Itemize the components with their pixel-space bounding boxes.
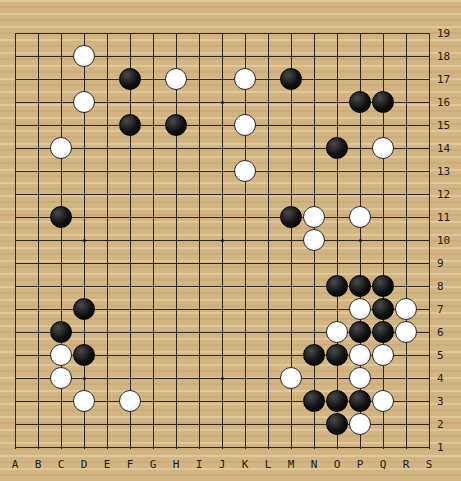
column-label-H: H [165, 457, 188, 473]
black-stone-D7[interactable] [73, 298, 95, 320]
go-board [4, 22, 441, 459]
column-label-E: E [96, 457, 119, 473]
column-label-G: G [142, 457, 165, 473]
white-stone-D3[interactable] [73, 390, 95, 412]
black-stone-P8[interactable] [349, 275, 371, 297]
white-stone-P4[interactable] [349, 367, 371, 389]
white-stone-P11[interactable] [349, 206, 371, 228]
go-board-diagram: ABCDEFGHIJKLMNOPQRS 19181716151413121110… [0, 0, 461, 481]
row-labels: 19181716151413121110987654321 [437, 22, 461, 459]
black-stone-C11[interactable] [50, 206, 72, 228]
black-stone-Q16[interactable] [372, 91, 394, 113]
black-stone-N3[interactable] [303, 390, 325, 412]
white-stone-C5[interactable] [50, 344, 72, 366]
black-stone-H15[interactable] [165, 114, 187, 136]
row-label-12: 12 [437, 183, 461, 206]
row-label-10: 10 [437, 229, 461, 252]
row-label-7: 7 [437, 298, 461, 321]
black-stone-O2[interactable] [326, 413, 348, 435]
white-stone-C4[interactable] [50, 367, 72, 389]
black-stone-M17[interactable] [280, 68, 302, 90]
black-stone-O8[interactable] [326, 275, 348, 297]
column-label-I: I [188, 457, 211, 473]
column-label-B: B [27, 457, 50, 473]
column-labels: ABCDEFGHIJKLMNOPQRS [4, 457, 441, 473]
black-stone-P3[interactable] [349, 390, 371, 412]
white-stone-R6[interactable] [395, 321, 417, 343]
black-stone-Q8[interactable] [372, 275, 394, 297]
white-stone-Q5[interactable] [372, 344, 394, 366]
white-stone-Q3[interactable] [372, 390, 394, 412]
white-stone-D18[interactable] [73, 45, 95, 67]
row-label-5: 5 [437, 344, 461, 367]
white-stone-P5[interactable] [349, 344, 371, 366]
row-label-3: 3 [437, 390, 461, 413]
white-stone-D16[interactable] [73, 91, 95, 113]
white-stone-K15[interactable] [234, 114, 256, 136]
column-label-R: R [395, 457, 418, 473]
star-point-P10 [359, 239, 362, 242]
black-stone-C6[interactable] [50, 321, 72, 343]
white-stone-Q14[interactable] [372, 137, 394, 159]
black-stone-O14[interactable] [326, 137, 348, 159]
black-stone-Q6[interactable] [372, 321, 394, 343]
column-label-L: L [257, 457, 280, 473]
star-point-D10 [83, 239, 86, 242]
star-point-J4 [221, 377, 224, 380]
white-stone-F3[interactable] [119, 390, 141, 412]
white-stone-P2[interactable] [349, 413, 371, 435]
row-label-2: 2 [437, 413, 461, 436]
row-label-11: 11 [437, 206, 461, 229]
column-label-O: O [326, 457, 349, 473]
black-stone-F15[interactable] [119, 114, 141, 136]
black-stone-P16[interactable] [349, 91, 371, 113]
column-label-M: M [280, 457, 303, 473]
column-label-P: P [349, 457, 372, 473]
white-stone-P7[interactable] [349, 298, 371, 320]
column-label-D: D [73, 457, 96, 473]
column-label-N: N [303, 457, 326, 473]
column-label-K: K [234, 457, 257, 473]
black-stone-O5[interactable] [326, 344, 348, 366]
row-label-8: 8 [437, 275, 461, 298]
star-point-D4 [83, 377, 86, 380]
white-stone-K13[interactable] [234, 160, 256, 182]
black-stone-P6[interactable] [349, 321, 371, 343]
row-label-15: 15 [437, 114, 461, 137]
row-label-17: 17 [437, 68, 461, 91]
white-stone-O6[interactable] [326, 321, 348, 343]
row-label-14: 14 [437, 137, 461, 160]
black-stone-F17[interactable] [119, 68, 141, 90]
row-label-9: 9 [437, 252, 461, 275]
white-stone-M4[interactable] [280, 367, 302, 389]
column-label-Q: Q [372, 457, 395, 473]
white-stone-K17[interactable] [234, 68, 256, 90]
black-stone-N5[interactable] [303, 344, 325, 366]
star-point-J16 [221, 101, 224, 104]
row-label-16: 16 [437, 91, 461, 114]
row-label-18: 18 [437, 45, 461, 68]
white-stone-H17[interactable] [165, 68, 187, 90]
row-label-6: 6 [437, 321, 461, 344]
white-stone-N10[interactable] [303, 229, 325, 251]
row-label-19: 19 [437, 22, 461, 45]
column-label-S: S [418, 457, 441, 473]
row-label-1: 1 [437, 436, 461, 459]
column-label-J: J [211, 457, 234, 473]
black-stone-O3[interactable] [326, 390, 348, 412]
column-label-A: A [4, 457, 27, 473]
column-label-F: F [119, 457, 142, 473]
black-stone-Q7[interactable] [372, 298, 394, 320]
black-stone-M11[interactable] [280, 206, 302, 228]
white-stone-C14[interactable] [50, 137, 72, 159]
black-stone-D5[interactable] [73, 344, 95, 366]
star-point-J10 [221, 239, 224, 242]
row-label-13: 13 [437, 160, 461, 183]
white-stone-R7[interactable] [395, 298, 417, 320]
column-label-C: C [50, 457, 73, 473]
row-label-4: 4 [437, 367, 461, 390]
white-stone-N11[interactable] [303, 206, 325, 228]
